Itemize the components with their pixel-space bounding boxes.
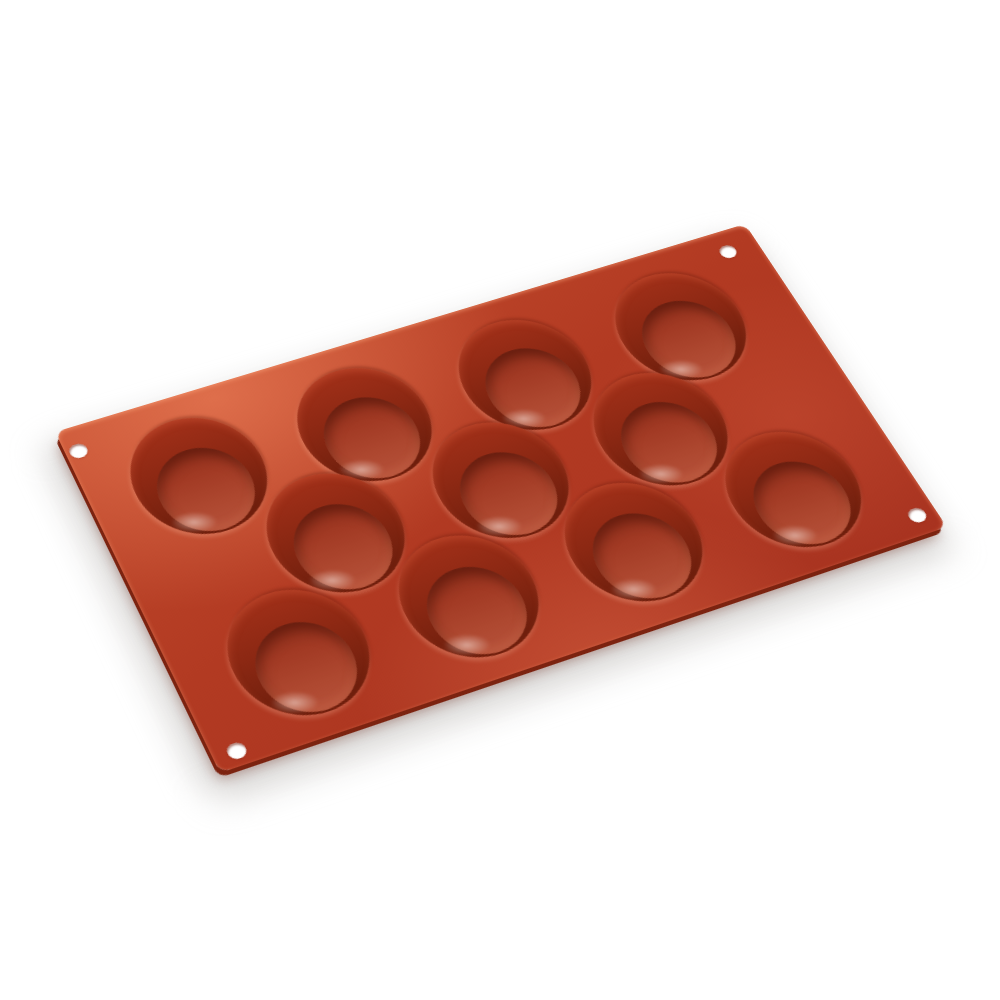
mold-cavity (701, 417, 887, 564)
scene-background (0, 0, 1000, 1000)
corner-hole (224, 740, 249, 761)
mold-cavity (275, 353, 455, 497)
cavity-floor (443, 441, 574, 547)
mold-cavity (109, 403, 289, 551)
corner-hole (905, 506, 929, 524)
cavity-floor (278, 493, 410, 602)
cavity-floor (604, 391, 734, 494)
cavity-floor (239, 610, 374, 725)
cavity-floor (736, 450, 869, 555)
cavity-floor (575, 502, 709, 611)
corner-hole (67, 442, 90, 460)
corner-hole (717, 244, 740, 260)
mold-cavity (436, 306, 615, 446)
cavity-floor (142, 437, 271, 543)
mold-cavity (205, 573, 394, 733)
cavity-floor (410, 555, 545, 667)
mold-cavity (592, 259, 770, 395)
